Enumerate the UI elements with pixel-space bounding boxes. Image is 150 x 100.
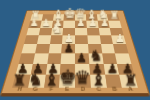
file-label-b: B	[106, 85, 123, 92]
square-a8[interactable]: ♜	[120, 75, 138, 88]
square-e1[interactable]: ♚	[64, 14, 75, 21]
square-a2[interactable]	[108, 21, 121, 28]
white-pawn-h2[interactable]: ♟	[30, 18, 39, 28]
square-e2[interactable]	[63, 21, 75, 28]
square-c2[interactable]: ♟	[86, 21, 98, 28]
square-g5[interactable]	[35, 44, 50, 53]
square-d2[interactable]: ♟	[75, 21, 87, 28]
square-d8[interactable]: ♛	[75, 75, 91, 88]
square-e6[interactable]	[61, 53, 75, 63]
square-g4[interactable]	[37, 36, 51, 44]
black-rook-a8[interactable]: ♜	[123, 72, 137, 87]
table-background: ♜♝♚♛♝♞♜♟♟♟♟♟♟♞♟♟♟♟♞♟♟♟♟♟♟♜♞♝♚♛♝♜ HGFEDCB…	[0, 0, 150, 100]
square-d4[interactable]	[75, 36, 88, 44]
black-pawn-e5[interactable]: ♟	[63, 42, 73, 54]
square-b2[interactable]: ♟	[97, 21, 110, 28]
square-f3[interactable]: ♞	[51, 28, 64, 36]
white-pawn-b2[interactable]: ♟	[100, 18, 109, 28]
black-pawn-d6[interactable]: ♟	[77, 51, 88, 63]
white-pawn-g2[interactable]: ♟	[41, 18, 50, 28]
square-f8[interactable]: ♝	[44, 75, 61, 88]
square-a1[interactable]: ♜	[107, 14, 119, 21]
square-a5[interactable]	[113, 44, 128, 53]
square-e5[interactable]: ♟	[62, 44, 75, 53]
black-knight-g8[interactable]: ♞	[28, 71, 43, 88]
white-rook-a1[interactable]: ♜	[109, 10, 119, 21]
square-c4[interactable]	[87, 36, 100, 44]
white-pawn-d2[interactable]: ♟	[76, 18, 85, 28]
square-d6[interactable]: ♟	[75, 53, 89, 63]
square-e8[interactable]: ♚	[59, 75, 75, 88]
square-a4[interactable]: ♟	[112, 36, 126, 44]
square-g8[interactable]: ♞	[28, 75, 45, 88]
square-d3[interactable]	[75, 28, 87, 36]
square-c3[interactable]	[87, 28, 100, 36]
square-h5[interactable]	[21, 44, 36, 53]
black-bishop-c8[interactable]: ♝	[91, 70, 106, 87]
square-h4[interactable]	[24, 36, 38, 44]
square-f4[interactable]	[50, 36, 63, 44]
square-f5[interactable]	[48, 44, 62, 53]
black-queen-d8[interactable]: ♛	[75, 69, 92, 87]
square-c8[interactable]: ♝	[90, 75, 107, 88]
black-rook-h8[interactable]: ♜	[13, 72, 27, 87]
white-knight-f3[interactable]: ♞	[51, 23, 63, 36]
chess-board-frame: ♜♝♚♛♝♞♜♟♟♟♟♟♟♞♟♟♟♟♞♟♟♟♟♟♟♜♞♝♚♛♝♜ HGFEDCB…	[0, 10, 150, 96]
square-b3[interactable]	[98, 28, 111, 36]
square-b5[interactable]	[101, 44, 116, 53]
white-pawn-a4[interactable]: ♟	[115, 33, 125, 44]
white-pawn-c2[interactable]: ♟	[88, 18, 97, 28]
black-pawn-b7[interactable]: ♟	[106, 62, 118, 75]
chess-board[interactable]: ♜♝♚♛♝♞♜♟♟♟♟♟♟♞♟♟♟♟♞♟♟♟♟♟♟♜♞♝♚♛♝♜	[12, 14, 138, 87]
black-bishop-f8[interactable]: ♝	[44, 70, 59, 87]
